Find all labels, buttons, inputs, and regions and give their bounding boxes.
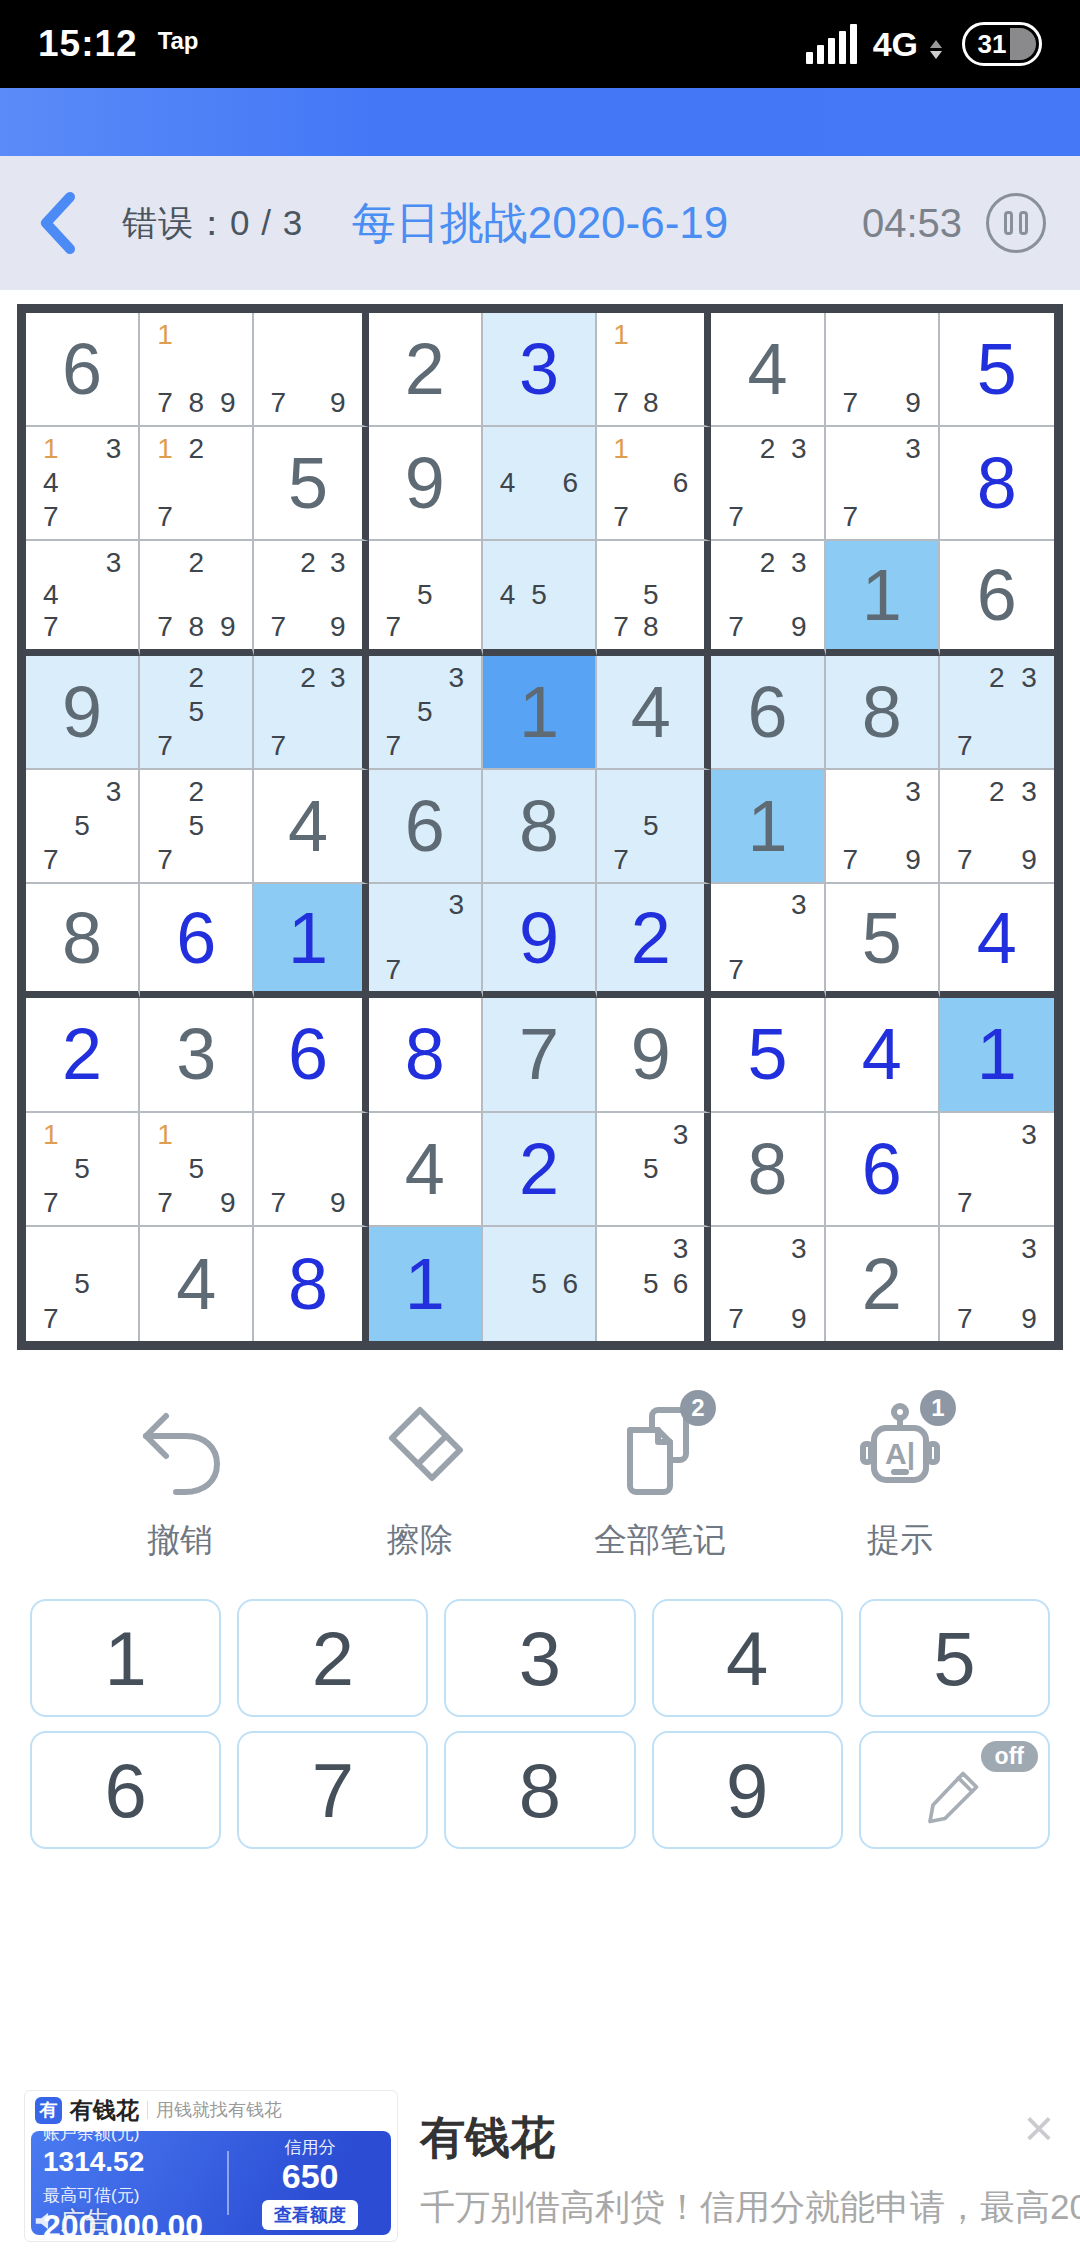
cell-r2c8[interactable]: 37 [826, 427, 940, 541]
ad-logo: 有 [35, 2097, 62, 2124]
cell-r9c4[interactable]: 1 [369, 1227, 483, 1341]
cell-r4c1[interactable]: 9 [26, 656, 140, 770]
pencil-notes: 347 [35, 546, 129, 643]
cell-r5c5[interactable]: 8 [483, 770, 597, 884]
given-digit: 3 [176, 1018, 216, 1090]
balance-label: 账户余额(元) [43, 2122, 215, 2145]
pencil-notes: 357 [378, 661, 472, 763]
cell-r6c4[interactable]: 37 [369, 884, 483, 998]
filled-digit: 8 [405, 1018, 445, 1090]
given-digit: 1 [519, 676, 559, 748]
pencil-notes: 46 [492, 432, 586, 534]
cell-r3c3[interactable]: 2379 [254, 541, 368, 655]
pencil-notes: 237 [949, 661, 1045, 763]
pencil-notes: 1347 [35, 432, 129, 534]
cell-r5c1[interactable]: 357 [26, 770, 140, 884]
key-6[interactable]: 6 [30, 1731, 221, 1849]
pencil-notes: 379 [720, 1232, 814, 1336]
given-digit: 4 [747, 333, 787, 405]
key-7[interactable]: 7 [237, 1731, 428, 1849]
pencil-notes: 237 [720, 432, 814, 534]
key-4[interactable]: 4 [652, 1599, 843, 1717]
number-pad: 1 2 3 4 5 6 7 8 9 off [0, 1599, 1080, 1849]
all-notes-button[interactable]: 2 全部笔记 [540, 1398, 780, 1563]
pencil-notes: 57 [35, 1232, 129, 1336]
given-digit: 5 [288, 447, 328, 519]
cell-r8c1[interactable]: 157 [26, 1113, 140, 1227]
hint-badge: 1 [920, 1390, 956, 1426]
given-digit: 1 [747, 790, 787, 862]
pencil-notes: 2379 [720, 546, 814, 643]
hint-button[interactable]: A| 1 提示 [780, 1398, 1020, 1563]
carrier-label: Tap [158, 27, 199, 55]
cell-r8c8[interactable]: 6 [826, 1113, 940, 1227]
filled-digit: 8 [977, 447, 1017, 519]
filled-digit: 5 [977, 333, 1017, 405]
pencil-notes: 2379 [263, 546, 352, 643]
cell-r2c3[interactable]: 5 [254, 427, 368, 541]
cell-r3c2[interactable]: 2789 [140, 541, 254, 655]
cell-r9c9[interactable]: 379 [940, 1227, 1054, 1341]
cell-r8c7[interactable]: 8 [711, 1113, 825, 1227]
ad-creative-card[interactable]: 有 有钱花 用钱就找有钱花 账户余额(元) 1314.52 最高可借(元) 20… [24, 2090, 398, 2242]
cell-r5c2[interactable]: 257 [140, 770, 254, 884]
ad-tagline: 用钱就找有钱花 [156, 2098, 282, 2122]
clock: 15:12 [38, 23, 138, 65]
ad-close-icon[interactable]: × [1024, 2102, 1054, 2154]
pencil-off-badge: off [981, 1741, 1038, 1772]
pencil-notes: 37 [720, 889, 814, 986]
filled-digit: 4 [862, 1018, 902, 1090]
battery-icon: 31 [962, 22, 1042, 66]
eraser-icon [368, 1398, 472, 1502]
game-header: 错误：0 / 3 每日挑战2020-6-19 04:53 [0, 156, 1080, 290]
cell-r6c2[interactable]: 6 [140, 884, 254, 998]
given-digit: 8 [747, 1133, 787, 1205]
cell-r3c1[interactable]: 347 [26, 541, 140, 655]
cell-r6c3[interactable]: 1 [254, 884, 368, 998]
ad-title: 有钱花 [420, 2108, 555, 2168]
score-value: 650 [282, 2159, 339, 2195]
ad-divider [147, 2101, 148, 2119]
cell-r6c5[interactable]: 9 [483, 884, 597, 998]
cell-r2c5[interactable]: 46 [483, 427, 597, 541]
key-8[interactable]: 8 [444, 1731, 635, 1849]
chevron-left-icon [34, 191, 78, 255]
ad-tag: 广告 [33, 2204, 110, 2237]
given-digit: 9 [62, 676, 102, 748]
megaphone-icon [33, 2210, 55, 2232]
cell-r5c8[interactable]: 379 [826, 770, 940, 884]
ad-subtitle: 千万别借高利贷！信用分就能申请，最高20W… [420, 2184, 1080, 2231]
cell-r2c2[interactable]: 127 [140, 427, 254, 541]
game-timer: 04:53 [862, 201, 962, 246]
filled-digit: 9 [519, 902, 559, 974]
cell-r1c9[interactable]: 5 [940, 313, 1054, 427]
hint-robot-icon: A| 1 [848, 1398, 952, 1502]
given-digit: 9 [631, 1018, 671, 1090]
given-digit: 1 [862, 559, 902, 631]
pencil-notes: 178 [606, 318, 695, 420]
cell-r2c4[interactable]: 9 [369, 427, 483, 541]
cell-r6c7[interactable]: 37 [711, 884, 825, 998]
filled-digit: 2 [519, 1133, 559, 1205]
given-digit: 4 [631, 676, 671, 748]
cell-r1c3[interactable]: 79 [254, 313, 368, 427]
pencil-notes: 356 [606, 1232, 695, 1336]
panel-divider [227, 2151, 229, 2215]
page-title: 每日挑战2020-6-19 [352, 194, 729, 253]
cell-r1c7[interactable]: 4 [711, 313, 825, 427]
status-bar: 15:12 Tap 4G 31 [0, 0, 1080, 88]
filled-digit: 1 [977, 1018, 1017, 1090]
ad-banner[interactable]: 有 有钱花 用钱就找有钱花 账户余额(元) 1314.52 最高可借(元) 20… [0, 2084, 1080, 2248]
cell-r4c4[interactable]: 357 [369, 656, 483, 770]
sudoku-board: 6178979231784795134712759461672373783472… [17, 304, 1063, 1350]
cell-r7c1[interactable]: 2 [26, 998, 140, 1112]
cell-r9c5[interactable]: 56 [483, 1227, 597, 1341]
pencil-notes: 237 [263, 661, 352, 763]
cell-r8c6[interactable]: 35 [597, 1113, 711, 1227]
cell-r2c9[interactable]: 8 [940, 427, 1054, 541]
cell-r9c6[interactable]: 356 [597, 1227, 711, 1341]
cell-r8c9[interactable]: 37 [940, 1113, 1054, 1227]
cell-r4c5[interactable]: 1 [483, 656, 597, 770]
given-digit: 9 [405, 447, 445, 519]
data-arrows-icon [930, 40, 942, 59]
cell-r7c9[interactable]: 1 [940, 998, 1054, 1112]
back-button[interactable] [34, 191, 78, 255]
cell-r8c3[interactable]: 79 [254, 1113, 368, 1227]
cell-r2c1[interactable]: 1347 [26, 427, 140, 541]
pencil-notes: 37 [949, 1118, 1045, 1220]
notes-pages-icon: 2 [608, 1398, 712, 1502]
pencil-notes: 379 [949, 1232, 1045, 1336]
cell-r2c7[interactable]: 237 [711, 427, 825, 541]
toolbar: 撤销 擦除 2 全部笔记 [0, 1398, 1080, 1563]
filled-digit: 1 [288, 902, 328, 974]
given-digit: 4 [176, 1248, 216, 1320]
pencil-notes: 379 [835, 775, 929, 877]
cell-r7c7[interactable]: 5 [711, 998, 825, 1112]
cell-r4c6[interactable]: 4 [597, 656, 711, 770]
network-label: 4G [873, 25, 918, 64]
pencil-notes: 167 [606, 432, 695, 534]
notes-badge: 2 [680, 1390, 716, 1426]
pencil-notes: 257 [149, 661, 243, 763]
filled-digit: 6 [288, 1018, 328, 1090]
filled-digit: 2 [631, 902, 671, 974]
erase-button[interactable]: 擦除 [300, 1398, 540, 1563]
pencil-notes: 37 [835, 432, 929, 534]
key-9[interactable]: 9 [652, 1731, 843, 1849]
cell-r5c3[interactable]: 4 [254, 770, 368, 884]
filled-digit: 1 [405, 1248, 445, 1320]
cell-r7c2[interactable]: 3 [140, 998, 254, 1112]
pencil-toggle-button[interactable]: off [859, 1731, 1050, 1849]
cell-r8c2[interactable]: 1579 [140, 1113, 254, 1227]
given-digit: 6 [405, 790, 445, 862]
filled-digit: 4 [977, 902, 1017, 974]
cell-r1c4[interactable]: 2 [369, 313, 483, 427]
cell-r4c2[interactable]: 257 [140, 656, 254, 770]
hint-label: 提示 [867, 1518, 933, 1563]
cell-r5c6[interactable]: 57 [597, 770, 711, 884]
given-digit: 4 [405, 1133, 445, 1205]
cell-r7c8[interactable]: 4 [826, 998, 940, 1112]
cell-r6c1[interactable]: 8 [26, 884, 140, 998]
key-3[interactable]: 3 [444, 1599, 635, 1717]
cell-r3c9[interactable]: 6 [940, 541, 1054, 655]
given-digit: 2 [862, 1248, 902, 1320]
pencil-notes: 57 [378, 546, 472, 643]
svg-text:A|: A| [885, 1437, 915, 1470]
cell-r4c8[interactable]: 8 [826, 656, 940, 770]
erase-label: 擦除 [387, 1518, 453, 1563]
pencil-notes: 79 [263, 318, 352, 420]
pencil-notes: 1579 [149, 1118, 243, 1220]
given-digit: 6 [977, 559, 1017, 631]
cell-r3c6[interactable]: 578 [597, 541, 711, 655]
undo-label: 撤销 [147, 1518, 213, 1563]
top-banner [0, 88, 1080, 156]
filled-digit: 6 [176, 902, 216, 974]
cell-r1c1[interactable]: 6 [26, 313, 140, 427]
key-5[interactable]: 5 [859, 1599, 1050, 1717]
cell-r9c1[interactable]: 57 [26, 1227, 140, 1341]
cell-r3c4[interactable]: 57 [369, 541, 483, 655]
pause-button[interactable] [986, 193, 1046, 253]
filled-digit: 5 [747, 1018, 787, 1090]
given-digit: 8 [62, 902, 102, 974]
given-digit: 2 [405, 333, 445, 405]
filled-digit: 2 [62, 1018, 102, 1090]
cell-r1c6[interactable]: 178 [597, 313, 711, 427]
cell-r3c5[interactable]: 45 [483, 541, 597, 655]
check-limit-button[interactable]: 查看额度 [262, 2200, 358, 2230]
given-digit: 7 [519, 1018, 559, 1090]
pencil-notes: 45 [492, 546, 586, 643]
cell-r7c5[interactable]: 7 [483, 998, 597, 1112]
cell-r3c8[interactable]: 1 [826, 541, 940, 655]
pencil-notes: 79 [263, 1118, 352, 1220]
undo-button[interactable]: 撤销 [60, 1398, 300, 1563]
cell-r3c7[interactable]: 2379 [711, 541, 825, 655]
cell-r7c3[interactable]: 6 [254, 998, 368, 1112]
given-digit: 8 [519, 790, 559, 862]
cell-r9c8[interactable]: 2 [826, 1227, 940, 1341]
all-notes-label: 全部笔记 [594, 1518, 726, 1563]
given-digit: 6 [62, 333, 102, 405]
pencil-notes: 578 [606, 546, 695, 643]
pencil-notes: 1789 [149, 318, 243, 420]
cell-r9c3[interactable]: 8 [254, 1227, 368, 1341]
cell-r8c4[interactable]: 4 [369, 1113, 483, 1227]
cell-r5c4[interactable]: 6 [369, 770, 483, 884]
cell-r6c6[interactable]: 2 [597, 884, 711, 998]
pencil-notes: 79 [835, 318, 929, 420]
filled-digit: 6 [862, 1133, 902, 1205]
pencil-notes: 56 [492, 1232, 586, 1336]
score-label: 信用分 [285, 2136, 336, 2159]
cell-r5c9[interactable]: 2379 [940, 770, 1054, 884]
signal-icon [806, 24, 857, 64]
app-screen: 15:12 Tap 4G 31 错误：0 / 3 每日挑战2020-6-19 0… [0, 0, 1080, 2248]
cell-r4c7[interactable]: 6 [711, 656, 825, 770]
cell-r4c9[interactable]: 237 [940, 656, 1054, 770]
given-digit: 8 [862, 676, 902, 748]
cell-r7c6[interactable]: 9 [597, 998, 711, 1112]
cell-r1c8[interactable]: 79 [826, 313, 940, 427]
given-digit: 6 [747, 676, 787, 748]
undo-icon [128, 1398, 232, 1502]
cell-r9c7[interactable]: 379 [711, 1227, 825, 1341]
pencil-notes: 257 [149, 775, 243, 877]
pencil-notes: 37 [378, 889, 472, 986]
status-right: 4G 31 [806, 22, 1042, 66]
cell-r1c5[interactable]: 3 [483, 313, 597, 427]
pencil-notes: 35 [606, 1118, 695, 1220]
cell-r6c9[interactable]: 4 [940, 884, 1054, 998]
cell-r7c4[interactable]: 8 [369, 998, 483, 1112]
cell-r9c2[interactable]: 4 [140, 1227, 254, 1341]
key-2[interactable]: 2 [237, 1599, 428, 1717]
cell-r1c2[interactable]: 1789 [140, 313, 254, 427]
cell-r5c7[interactable]: 1 [711, 770, 825, 884]
cell-r4c3[interactable]: 237 [254, 656, 368, 770]
pencil-notes: 2379 [949, 775, 1045, 877]
key-1[interactable]: 1 [30, 1599, 221, 1717]
cell-r6c8[interactable]: 5 [826, 884, 940, 998]
pencil-notes: 2789 [149, 546, 243, 643]
pencil-notes: 157 [35, 1118, 129, 1220]
pencil-notes: 57 [606, 775, 695, 877]
pencil-notes: 127 [149, 432, 243, 534]
given-digit: 5 [862, 902, 902, 974]
given-digit: 4 [288, 790, 328, 862]
pencil-icon [918, 1754, 990, 1826]
filled-digit: 8 [288, 1248, 328, 1320]
pencil-notes: 357 [35, 775, 129, 877]
balance-value: 1314.52 [43, 2146, 215, 2178]
cell-r8c5[interactable]: 2 [483, 1113, 597, 1227]
mistakes-counter: 错误：0 / 3 [122, 200, 303, 247]
battery-level: 31 [965, 25, 1019, 63]
cell-r2c6[interactable]: 167 [597, 427, 711, 541]
filled-digit: 3 [519, 333, 559, 405]
